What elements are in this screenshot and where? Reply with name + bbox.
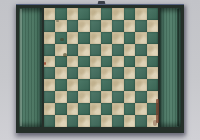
board-square [78,67,89,79]
board-square [135,32,146,44]
board-square [135,44,146,56]
board-square [67,103,78,115]
board-square [147,115,158,127]
board-square [90,67,101,79]
board-square [78,91,89,103]
board-square [55,115,66,127]
board-square [124,8,135,20]
board-square [101,79,112,91]
board-square [67,115,78,127]
board-square [67,44,78,56]
board-square [124,32,135,44]
board-square [135,79,146,91]
board-square [112,20,123,32]
board-square [124,103,135,115]
board-square [90,32,101,44]
right-storage-panel [160,8,181,127]
board-square [90,91,101,103]
board-square [55,103,66,115]
board-square [55,32,66,44]
board-square [101,8,112,20]
board-square [135,56,146,68]
board-square [44,20,55,32]
board-square [78,56,89,68]
board-square [44,79,55,91]
board-square [124,67,135,79]
board-square [112,8,123,20]
game-board [16,4,184,133]
board-square [147,8,158,20]
board-square [101,115,112,127]
board-square [147,103,158,115]
board-square [90,115,101,127]
board-square [112,115,123,127]
board-square [67,67,78,79]
board-square [67,8,78,20]
board-square [67,32,78,44]
board-square [135,115,146,127]
board-square [78,79,89,91]
board-square [124,20,135,32]
board-square [90,8,101,20]
board-square [55,8,66,20]
board-square [135,91,146,103]
board-square [147,20,158,32]
board-square [67,20,78,32]
board-square [55,67,66,79]
board-square [44,67,55,79]
board-square [78,20,89,32]
board-square [44,115,55,127]
board-square [112,79,123,91]
board-square [55,44,66,56]
board-square [101,56,112,68]
board-square [101,91,112,103]
board-square [112,67,123,79]
board-square [135,67,146,79]
board-square [90,56,101,68]
board-square [112,91,123,103]
board-square [101,20,112,32]
board-square [67,79,78,91]
board-square [90,103,101,115]
board-square [90,79,101,91]
board-square [135,103,146,115]
board-square [147,32,158,44]
board-square [55,91,66,103]
board-square [101,32,112,44]
board-square [147,44,158,56]
board-square [112,56,123,68]
board-square [124,91,135,103]
photo-background [0,0,200,140]
board-square [135,8,146,20]
board-square [44,44,55,56]
board-square [124,56,135,68]
board-square [147,67,158,79]
board-square [101,103,112,115]
board-square [101,44,112,56]
board-square [78,115,89,127]
board-square [67,91,78,103]
board-square [44,8,55,20]
board-square [44,103,55,115]
board-square [55,79,66,91]
board-square [44,32,55,44]
board-square [112,44,123,56]
board-square [78,44,89,56]
board-square [101,67,112,79]
board-square [112,32,123,44]
board-square [90,20,101,32]
board-square [147,56,158,68]
board-square [135,20,146,32]
board-square [44,91,55,103]
board-square [67,56,78,68]
board-square [78,103,89,115]
left-storage-panel [19,8,42,127]
board-square [124,115,135,127]
checkerboard [44,8,158,127]
board-square [147,79,158,91]
board-square [55,20,66,32]
board-square [147,91,158,103]
board-square [55,56,66,68]
board-square [78,8,89,20]
board-square [44,56,55,68]
board-square [78,32,89,44]
board-square [112,103,123,115]
board-square [90,44,101,56]
board-square [124,44,135,56]
board-square [124,79,135,91]
